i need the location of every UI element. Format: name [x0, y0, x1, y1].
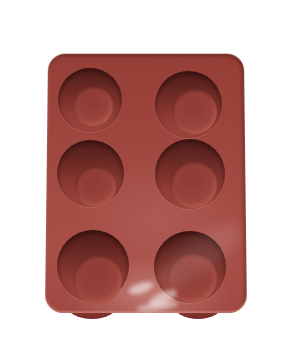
muffin-cup-1	[58, 68, 122, 132]
muffin-cup-4	[155, 139, 225, 209]
muffin-cup-5	[57, 230, 129, 302]
muffin-cup-6	[154, 231, 226, 303]
cup-bottom-5	[73, 255, 122, 304]
cup-bottom-6	[167, 253, 217, 303]
muffin-cup-3	[57, 140, 124, 207]
cup-bottom-3	[75, 166, 116, 207]
cup-bottom-2	[172, 89, 217, 134]
cup-bottom-4	[170, 161, 217, 208]
photo-background	[0, 0, 294, 356]
cup-bottom-1	[73, 86, 113, 126]
muffin-cup-2	[155, 71, 222, 138]
